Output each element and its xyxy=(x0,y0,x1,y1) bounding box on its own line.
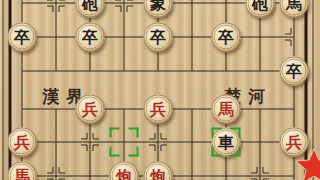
piece-glyph: 馬 xyxy=(218,101,234,117)
piece-red-soldier[interactable]: 兵 xyxy=(76,95,105,124)
piece-black-soldier[interactable]: 卒 xyxy=(8,23,37,52)
piece-black-soldier[interactable]: 卒 xyxy=(144,23,173,52)
piece-glyph: 卒 xyxy=(150,29,166,45)
piece-glyph: 兵 xyxy=(150,101,166,117)
piece-glyph: 馬 xyxy=(286,0,302,11)
piece-black-soldier[interactable]: 卒 xyxy=(76,23,105,52)
piece-glyph: 卒 xyxy=(82,29,98,45)
piece-glyph: 炮 xyxy=(150,168,166,180)
piece-glyph: 馬 xyxy=(14,168,30,180)
piece-red-horse[interactable]: 馬 xyxy=(212,95,241,124)
last-move-to-marker xyxy=(212,128,241,157)
piece-glyph: 卒 xyxy=(218,29,234,45)
piece-black-soldier[interactable]: 卒 xyxy=(280,57,309,86)
piece-glyph: 象 xyxy=(150,0,166,11)
piece-glyph: 砲 xyxy=(252,0,268,11)
piece-glyph: 兵 xyxy=(14,134,30,150)
piece-glyph: 炮 xyxy=(116,168,132,180)
piece-red-soldier[interactable]: 兵 xyxy=(144,95,173,124)
piece-glyph: 兵 xyxy=(82,101,98,117)
piece-red-soldier[interactable]: 兵 xyxy=(8,128,37,157)
xiangqi-board[interactable]: 漢界 楚河 砲象砲馬卒卒卒卒卒兵兵馬兵車兵馬炮炮 xyxy=(0,0,320,180)
piece-glyph: 卒 xyxy=(286,63,302,79)
piece-glyph: 砲 xyxy=(82,0,98,11)
cursor-star-icon xyxy=(296,147,320,180)
piece-black-soldier[interactable]: 卒 xyxy=(212,23,241,52)
last-move-from-marker xyxy=(110,128,139,157)
piece-glyph: 卒 xyxy=(14,29,30,45)
